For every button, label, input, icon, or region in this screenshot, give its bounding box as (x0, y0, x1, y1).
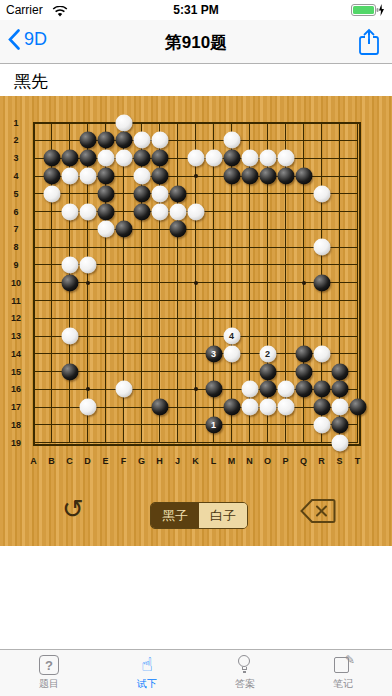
black-to-play-label: 黑先 (14, 70, 48, 93)
star-point (194, 281, 198, 285)
col-coordinate-label: R (318, 456, 325, 466)
charging-bolt-icon (379, 4, 384, 16)
white-stone-C6 (61, 203, 78, 220)
move-number-label: 3 (211, 349, 216, 358)
black-stone-C3 (61, 150, 78, 167)
row-coordinate-label: 10 (11, 278, 21, 288)
white-stone-B5 (43, 185, 60, 202)
white-stone-N16 (241, 381, 258, 398)
col-coordinate-label: M (228, 456, 236, 466)
tab-bar: ? 题目 ☝ 试下 答案 ✎ 笔记 (0, 649, 392, 696)
row-coordinate-label: 8 (13, 242, 18, 252)
black-stone-G6 (133, 203, 150, 220)
navigation-bar: 第910题 9D (0, 20, 392, 64)
black-stone-G3 (133, 150, 150, 167)
black-stone-Q16 (295, 381, 312, 398)
black-stone-L16 (205, 381, 222, 398)
white-stone-O14: 2 (259, 345, 276, 362)
black-stone-Q4 (295, 168, 312, 185)
white-stone-F1 (115, 114, 132, 131)
row-coordinate-label: 3 (13, 153, 18, 163)
row-coordinate-label: 13 (11, 331, 21, 341)
tab-try-label: 试下 (137, 677, 157, 691)
white-stone-E3 (97, 150, 114, 167)
black-stone-O16 (259, 381, 276, 398)
black-stone-H3 (151, 150, 168, 167)
white-stone-D9 (79, 256, 96, 273)
tab-problems[interactable]: ? 题目 (0, 650, 98, 696)
row-coordinate-label: 5 (13, 189, 18, 199)
black-stone-L14: 3 (205, 345, 222, 362)
move-number-label: 4 (229, 332, 234, 341)
white-stone-F16 (115, 381, 132, 398)
col-coordinate-label: H (156, 456, 163, 466)
black-stone-H17 (151, 399, 168, 416)
col-coordinate-label: N (246, 456, 253, 466)
black-stone-O15 (259, 363, 276, 380)
row-coordinate-label: 4 (13, 171, 18, 181)
row-coordinate-label: 18 (11, 420, 21, 430)
col-coordinate-label: G (138, 456, 145, 466)
black-stone-J7 (169, 221, 186, 238)
go-board: 12345678910111213141516171819ABCDEFGHJKL… (0, 96, 392, 546)
black-stone-B3 (43, 150, 60, 167)
black-stone-S16 (331, 381, 348, 398)
col-coordinate-label: S (336, 456, 342, 466)
black-stone-F7 (115, 221, 132, 238)
black-stone-E2 (97, 132, 114, 149)
black-stone-P4 (277, 168, 294, 185)
black-stone-D3 (79, 150, 96, 167)
row-coordinate-label: 7 (13, 224, 18, 234)
back-chevron-icon (8, 29, 20, 50)
white-stone-L3 (205, 150, 222, 167)
tab-try[interactable]: ☝ 试下 (98, 650, 196, 696)
back-button[interactable]: 9D (8, 29, 47, 50)
tab-notes[interactable]: ✎ 笔记 (294, 650, 392, 696)
white-stone-N17 (241, 399, 258, 416)
white-stone-F3 (115, 150, 132, 167)
battery-icon (351, 4, 384, 19)
black-stone-M4 (223, 168, 240, 185)
white-stone-R5 (313, 185, 330, 202)
row-coordinate-label: 16 (11, 384, 21, 394)
white-stone-S19 (331, 434, 348, 451)
black-stone-C15 (61, 363, 78, 380)
black-stone-Q15 (295, 363, 312, 380)
white-stone-O3 (259, 150, 276, 167)
segment-black-stone[interactable]: 黑子 (151, 503, 199, 528)
white-stone-C9 (61, 256, 78, 273)
move-number-label: 1 (211, 420, 216, 429)
white-stone-K3 (187, 150, 204, 167)
white-stone-K6 (187, 203, 204, 220)
row-coordinate-label: 9 (13, 260, 18, 270)
notes-pencil-icon: ✎ (333, 655, 353, 675)
backspace-icon (300, 498, 336, 524)
white-stone-R18 (313, 416, 330, 433)
move-number-label: 2 (265, 349, 270, 358)
white-stone-M2 (223, 132, 240, 149)
row-coordinate-label: 12 (11, 313, 21, 323)
black-stone-S15 (331, 363, 348, 380)
black-stone-L18: 1 (205, 416, 222, 433)
black-stone-M17 (223, 399, 240, 416)
black-stone-R17 (313, 399, 330, 416)
col-coordinate-label: A (30, 456, 37, 466)
black-stone-R16 (313, 381, 330, 398)
black-stone-C10 (61, 274, 78, 291)
status-bar: Carrier 5:31 PM (0, 0, 392, 20)
star-point (194, 387, 198, 391)
col-coordinate-label: D (84, 456, 91, 466)
white-stone-N3 (241, 150, 258, 167)
col-coordinate-label: T (355, 456, 361, 466)
white-stone-R14 (313, 345, 330, 362)
white-stone-C13 (61, 328, 78, 345)
black-stone-D2 (79, 132, 96, 149)
white-stone-H5 (151, 185, 168, 202)
black-stone-H4 (151, 168, 168, 185)
star-point (302, 281, 306, 285)
black-stone-S18 (331, 416, 348, 433)
col-coordinate-label: B (48, 456, 55, 466)
white-stone-M14 (223, 345, 240, 362)
tab-problems-label: 题目 (39, 677, 59, 691)
col-coordinate-label: P (282, 456, 288, 466)
white-stone-G4 (133, 168, 150, 185)
white-stone-P17 (277, 399, 294, 416)
share-button[interactable] (358, 28, 380, 60)
row-coordinate-label: 11 (11, 296, 21, 306)
white-stone-M13: 4 (223, 328, 240, 345)
white-stone-H2 (151, 132, 168, 149)
white-stone-D6 (79, 203, 96, 220)
col-coordinate-label: O (264, 456, 271, 466)
share-icon (358, 28, 380, 56)
lightbulb-icon (235, 655, 255, 675)
col-coordinate-label: F (121, 456, 127, 466)
col-coordinate-label: Q (300, 456, 307, 466)
row-coordinate-label: 1 (13, 118, 18, 128)
black-stone-E6 (97, 203, 114, 220)
star-point (86, 281, 90, 285)
white-stone-G2 (133, 132, 150, 149)
col-coordinate-label: L (211, 456, 217, 466)
black-stone-G5 (133, 185, 150, 202)
tab-answer-label: 答案 (235, 677, 255, 691)
segment-white-stone[interactable]: 白子 (199, 503, 247, 528)
delete-button[interactable] (300, 498, 336, 528)
black-stone-Q14 (295, 345, 312, 362)
row-coordinate-label: 14 (11, 349, 21, 359)
black-stone-E4 (97, 168, 114, 185)
stone-color-segmented-control: 黑子 白子 (150, 502, 248, 529)
pointing-hand-icon: ☝ (141, 655, 153, 675)
white-stone-E7 (97, 221, 114, 238)
black-stone-E5 (97, 185, 114, 202)
row-coordinate-label: 17 (11, 402, 21, 412)
question-box-icon: ? (39, 655, 59, 675)
white-stone-H6 (151, 203, 168, 220)
black-stone-B4 (43, 168, 60, 185)
row-coordinate-label: 6 (13, 207, 18, 217)
white-stone-J6 (169, 203, 186, 220)
white-stone-P16 (277, 381, 294, 398)
star-point (86, 387, 90, 391)
black-stone-T17 (349, 399, 366, 416)
row-coordinate-label: 19 (11, 438, 21, 448)
black-stone-M3 (223, 150, 240, 167)
undo-button[interactable]: ↺ (58, 494, 88, 524)
white-stone-C4 (61, 168, 78, 185)
white-stone-D4 (79, 168, 96, 185)
black-stone-J5 (169, 185, 186, 202)
col-coordinate-label: J (175, 456, 180, 466)
prompt-strip: 黑先 (0, 64, 392, 96)
white-stone-D17 (79, 399, 96, 416)
tab-answer[interactable]: 答案 (196, 650, 294, 696)
page-title: 第910题 (0, 31, 392, 54)
row-coordinate-label: 2 (13, 135, 18, 145)
white-stone-R8 (313, 239, 330, 256)
row-coordinate-label: 15 (11, 367, 21, 377)
white-stone-O17 (259, 399, 276, 416)
board-grid[interactable]: 12345678910111213141516171819ABCDEFGHJKL… (0, 96, 392, 546)
col-coordinate-label: K (192, 456, 199, 466)
undo-icon: ↺ (62, 494, 84, 524)
white-stone-P3 (277, 150, 294, 167)
black-stone-O4 (259, 168, 276, 185)
back-label: 9D (24, 29, 47, 50)
tab-notes-label: 笔记 (333, 677, 353, 691)
status-time: 5:31 PM (0, 3, 392, 17)
star-point (194, 174, 198, 178)
black-stone-N4 (241, 168, 258, 185)
black-stone-F2 (115, 132, 132, 149)
col-coordinate-label: E (102, 456, 108, 466)
white-stone-S17 (331, 399, 348, 416)
col-coordinate-label: C (66, 456, 73, 466)
black-stone-R10 (313, 274, 330, 291)
